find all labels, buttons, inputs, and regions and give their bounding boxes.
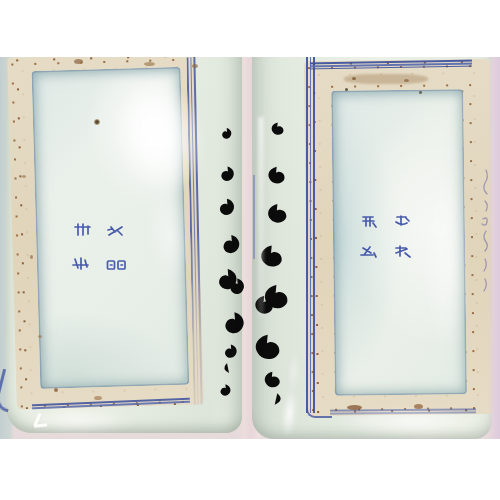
painted-mark (106, 223, 126, 239)
painted-mark (359, 244, 378, 259)
letterbox-top (0, 0, 500, 57)
rust-streak (344, 74, 428, 84)
rim-script-marks: Faint blue script marks on the right-han… (480, 167, 492, 302)
right-tray-marks (360, 214, 426, 266)
rust-spot (54, 388, 58, 392)
painted-mark-double-square (106, 257, 128, 273)
left-tray-marks (73, 222, 143, 278)
rust-spot (352, 77, 356, 80)
painted-mark (360, 214, 379, 229)
right-wall-scroll-decor: Cobalt scrolling foliage painted on the … (254, 119, 298, 407)
right-foot-blue-line-corner (306, 407, 332, 418)
right-foot-blue-lines (306, 57, 316, 413)
screenshot-root: Cobalt scrolling foliage painted on the … (0, 0, 500, 500)
rust-spot (404, 79, 409, 82)
rust-spot (94, 396, 102, 400)
porcelain-trays-photo: Cobalt scrolling foliage painted on the … (0, 57, 500, 439)
scroll-decor-fragment (217, 383, 237, 405)
painted-mark (73, 222, 93, 238)
rust-spot (74, 59, 83, 64)
dark-speck (419, 91, 422, 94)
pinhole-spot (94, 119, 100, 125)
rust-spot (38, 335, 42, 338)
dark-speck (345, 88, 348, 91)
painted-mark (393, 214, 412, 229)
rust-spot (22, 175, 26, 178)
rust-spot (30, 255, 33, 259)
rust-spot (192, 64, 198, 68)
painted-mark (393, 244, 412, 259)
rust-spot (414, 404, 423, 409)
rust-spot (144, 62, 155, 66)
letterbox-bottom (0, 439, 500, 500)
rust-spot (347, 405, 362, 410)
painted-mark (71, 256, 91, 272)
left-wall-scroll-decor: Cobalt scrolling foliage painted on the … (211, 125, 245, 375)
